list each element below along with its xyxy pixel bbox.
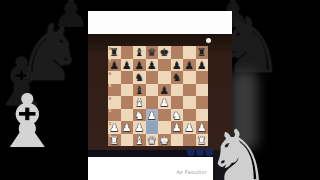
rank-label: 4	[109, 97, 112, 101]
watermark-text: Az Pasutter	[176, 170, 207, 175]
piece-white-queen[interactable]: ♛	[147, 135, 156, 146]
square-g6[interactable]	[183, 71, 196, 84]
square-g4[interactable]	[183, 96, 196, 109]
rank-label: 5	[109, 84, 112, 88]
square-a6[interactable]: 6	[108, 71, 121, 84]
piece-white-bishop[interactable]: ♝	[135, 97, 144, 108]
square-a1[interactable]: 1♜	[108, 134, 121, 147]
rank-label: 7	[109, 59, 112, 63]
square-g1[interactable]	[183, 134, 196, 147]
square-a8[interactable]: 8♜	[108, 46, 121, 59]
square-e7[interactable]	[158, 59, 171, 72]
square-a4[interactable]: 4	[108, 96, 121, 109]
square-b4[interactable]	[121, 96, 134, 109]
dot-icon	[187, 148, 195, 156]
square-d2[interactable]	[146, 121, 159, 134]
piece-white-knight[interactable]: ♞	[172, 110, 181, 121]
square-g3[interactable]	[183, 109, 196, 122]
square-f7[interactable]: ♟	[171, 59, 184, 72]
square-h7[interactable]: ♟	[196, 59, 209, 72]
square-g5[interactable]	[183, 84, 196, 97]
square-d4[interactable]	[146, 96, 159, 109]
board-menu-icon[interactable]	[206, 38, 211, 43]
square-e8[interactable]: ♚	[158, 46, 171, 59]
square-e3[interactable]	[158, 109, 171, 122]
square-f5[interactable]	[171, 84, 184, 97]
square-g2[interactable]: ♟	[183, 121, 196, 134]
piece-black-pawn[interactable]: ♟	[172, 60, 181, 71]
piece-white-pawn[interactable]: ♟	[147, 110, 156, 121]
piece-white-bishop[interactable]: ♝	[135, 135, 144, 146]
square-f4[interactable]	[171, 96, 184, 109]
square-f3[interactable]: ♞	[171, 109, 184, 122]
square-h6[interactable]	[196, 71, 209, 84]
bg-white-knight-bottom-right-icon: ♞	[206, 120, 271, 180]
rank-label: 3	[109, 109, 112, 113]
square-b3[interactable]	[121, 109, 134, 122]
rank-label: 2	[109, 122, 112, 126]
square-e6[interactable]	[158, 71, 171, 84]
square-c8[interactable]: ♝	[133, 46, 146, 59]
square-e4[interactable]: ♟	[158, 96, 171, 109]
square-b1[interactable]	[121, 134, 134, 147]
piece-black-rook[interactable]: ♜	[197, 47, 206, 58]
square-c4[interactable]: ♝	[133, 96, 146, 109]
square-g7[interactable]: ♟	[183, 59, 196, 72]
piece-white-pawn[interactable]: ♟	[122, 122, 131, 133]
square-e5[interactable]: ♟	[158, 84, 171, 97]
piece-black-king[interactable]: ♚	[160, 47, 169, 58]
square-f2[interactable]: ♟	[171, 121, 184, 134]
piece-black-pawn[interactable]: ♟	[197, 60, 206, 71]
rank-label: 1	[109, 134, 112, 138]
piece-white-knight[interactable]: ♞	[135, 110, 144, 121]
piece-white-king[interactable]: ♚	[160, 135, 169, 146]
square-a5[interactable]: 5	[108, 84, 121, 97]
piece-white-pawn[interactable]: ♟	[135, 122, 144, 133]
square-d8[interactable]: ♛	[146, 46, 159, 59]
piece-black-pawn[interactable]: ♟	[185, 60, 194, 71]
video-frame: ♟ ♞ ♝ ♝ ♟ ♞ ♞ 8♜♝♛♚♜7♟♟♟♟♟♟♟6♞♞5♝♟4♝♟3♞♟…	[0, 0, 320, 180]
square-c5[interactable]: ♝	[133, 84, 146, 97]
piece-black-knight[interactable]: ♞	[172, 72, 181, 83]
chess-board[interactable]: 8♜♝♛♚♜7♟♟♟♟♟♟♟6♞♞5♝♟4♝♟3♞♟♞2♟♟♟♟♟♟1♜♝♛♚♜	[108, 46, 208, 146]
square-d6[interactable]	[146, 71, 159, 84]
square-a7[interactable]: 7♟	[108, 59, 121, 72]
piece-black-pawn[interactable]: ♟	[147, 60, 156, 71]
piece-black-pawn[interactable]: ♟	[122, 60, 131, 71]
square-c3[interactable]: ♞	[133, 109, 146, 122]
square-d7[interactable]: ♟	[146, 59, 159, 72]
square-b8[interactable]	[121, 46, 134, 59]
square-a3[interactable]: 3	[108, 109, 121, 122]
square-f8[interactable]	[171, 46, 184, 59]
square-c2[interactable]: ♟	[133, 121, 146, 134]
square-d5[interactable]	[146, 84, 159, 97]
square-b6[interactable]	[121, 71, 134, 84]
square-c6[interactable]: ♞	[133, 71, 146, 84]
app-header	[88, 11, 232, 34]
square-f6[interactable]: ♞	[171, 71, 184, 84]
dot-icon	[196, 148, 204, 156]
square-b2[interactable]: ♟	[121, 121, 134, 134]
piece-black-bishop[interactable]: ♝	[135, 85, 144, 96]
square-h5[interactable]	[196, 84, 209, 97]
piece-black-queen[interactable]: ♛	[147, 47, 156, 58]
piece-black-bishop[interactable]: ♝	[135, 47, 144, 58]
square-g8[interactable]	[183, 46, 196, 59]
square-f1[interactable]	[171, 134, 184, 147]
square-a2[interactable]: 2♟	[108, 121, 121, 134]
piece-black-pawn[interactable]: ♟	[135, 60, 144, 71]
piece-white-pawn[interactable]: ♟	[160, 97, 169, 108]
piece-black-pawn[interactable]: ♟	[160, 85, 169, 96]
square-c7[interactable]: ♟	[133, 59, 146, 72]
piece-black-knight[interactable]: ♞	[135, 72, 144, 83]
square-d1[interactable]: ♛	[146, 134, 159, 147]
bg-white-bishop-left-icon: ♝	[0, 84, 60, 158]
square-b5[interactable]	[121, 84, 134, 97]
rank-label: 8	[109, 47, 112, 51]
rank-label: 6	[109, 72, 112, 76]
square-h4[interactable]	[196, 96, 209, 109]
square-d3[interactable]: ♟	[146, 109, 159, 122]
piece-white-pawn[interactable]: ♟	[172, 122, 181, 133]
square-c1[interactable]: ♝	[133, 134, 146, 147]
square-h8[interactable]: ♜	[196, 46, 209, 59]
piece-white-pawn[interactable]: ♟	[185, 122, 194, 133]
square-e2[interactable]	[158, 121, 171, 134]
square-b7[interactable]: ♟	[121, 59, 134, 72]
square-e1[interactable]: ♚	[158, 134, 171, 147]
